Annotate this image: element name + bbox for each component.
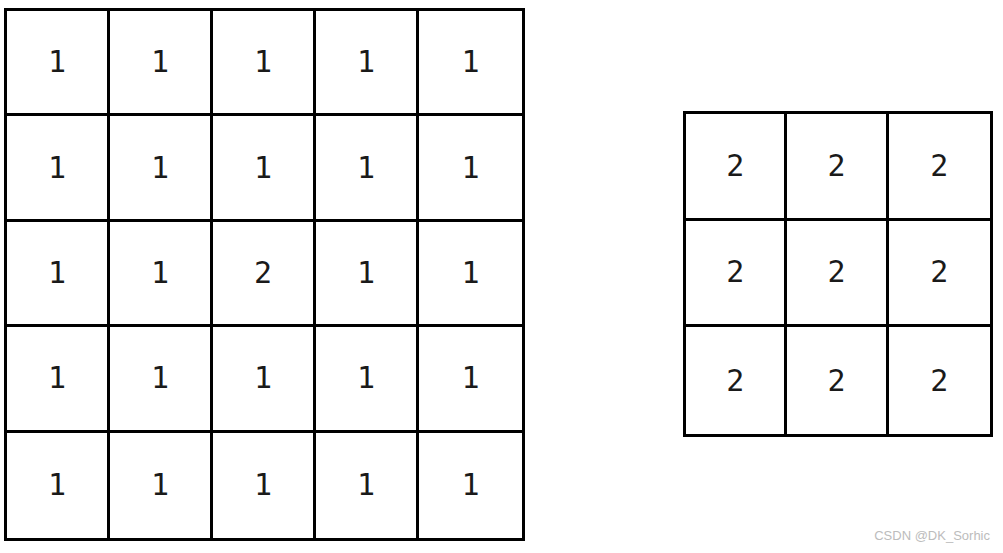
right-grid-3x3-cell-r3c2: 2: [787, 327, 888, 434]
left-grid-5x5: 1111111111112111111111111: [4, 8, 525, 541]
watermark-text: CSDN @DK_Sorhic: [874, 528, 990, 543]
left-grid-5x5-cell-r5c1: 1: [7, 433, 110, 538]
left-grid-5x5-cell-r4c1: 1: [7, 327, 110, 432]
left-grid-5x5-cell-r3c5: 1: [419, 222, 522, 327]
left-grid-5x5-cell-r3c3: 2: [213, 222, 316, 327]
left-grid-5x5-cell-r2c3: 1: [213, 116, 316, 221]
right-grid-3x3-cell-r1c2: 2: [787, 114, 888, 221]
right-grid-3x3-cell-r1c1: 2: [686, 114, 787, 221]
left-grid-5x5-cell-r4c2: 1: [110, 327, 213, 432]
right-grid-3x3-cell-r1c3: 2: [889, 114, 990, 221]
left-grid-5x5-cell-r4c5: 1: [419, 327, 522, 432]
right-grid-3x3-cell-r2c1: 2: [686, 221, 787, 328]
left-grid-5x5-cell-r5c5: 1: [419, 433, 522, 538]
diagram-canvas: 1111111111112111111111111 222222222 CSDN…: [0, 0, 1003, 553]
left-grid-5x5-cell-r3c4: 1: [316, 222, 419, 327]
left-grid-5x5-cell-r1c5: 1: [419, 11, 522, 116]
left-grid-5x5-cell-r5c4: 1: [316, 433, 419, 538]
right-grid-3x3-cell-r3c3: 2: [889, 327, 990, 434]
left-grid-5x5-cell-r2c5: 1: [419, 116, 522, 221]
left-grid-5x5-cell-r5c3: 1: [213, 433, 316, 538]
left-grid-5x5-cell-r1c3: 1: [213, 11, 316, 116]
left-grid-5x5-cell-r1c1: 1: [7, 11, 110, 116]
left-grid-5x5-cell-r4c4: 1: [316, 327, 419, 432]
left-grid-5x5-cell-r3c2: 1: [110, 222, 213, 327]
left-grid-5x5-cell-r2c2: 1: [110, 116, 213, 221]
left-grid-5x5-cell-r3c1: 1: [7, 222, 110, 327]
right-grid-3x3-cell-r3c1: 2: [686, 327, 787, 434]
left-grid-5x5-cell-r5c2: 1: [110, 433, 213, 538]
left-grid-5x5-cell-r1c4: 1: [316, 11, 419, 116]
left-grid-5x5-cell-r4c3: 1: [213, 327, 316, 432]
left-grid-5x5-cell-r2c1: 1: [7, 116, 110, 221]
right-grid-3x3: 222222222: [683, 111, 993, 437]
right-grid-3x3-cell-r2c2: 2: [787, 221, 888, 328]
right-grid-3x3-cell-r2c3: 2: [889, 221, 990, 328]
left-grid-5x5-cell-r1c2: 1: [110, 11, 213, 116]
left-grid-5x5-cell-r2c4: 1: [316, 116, 419, 221]
